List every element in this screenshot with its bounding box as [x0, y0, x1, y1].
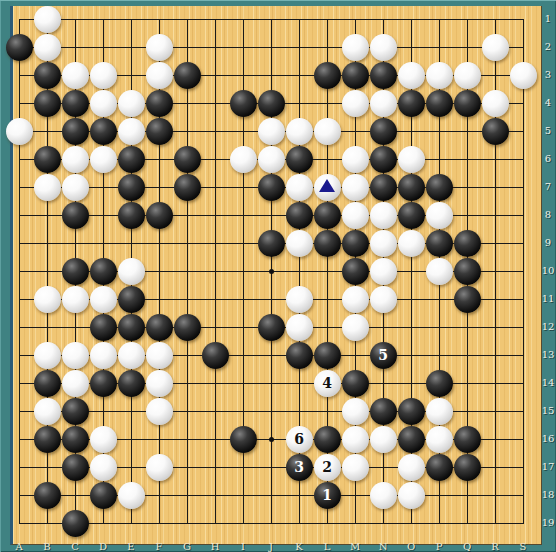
stone-white — [370, 286, 397, 313]
stone-white — [370, 90, 397, 117]
stone-white — [34, 6, 61, 33]
stone-black — [90, 482, 117, 509]
stone-black — [258, 230, 285, 257]
go-app-window: 546321ABCDEFGHIJKLMNOPQRS123456789101112… — [0, 0, 556, 552]
star-point — [269, 269, 274, 274]
stone-white — [62, 370, 89, 397]
stone-white — [62, 62, 89, 89]
column-label: R — [485, 541, 505, 552]
stone-black — [370, 118, 397, 145]
stone-black — [230, 90, 257, 117]
stone-white — [34, 286, 61, 313]
stone-white — [342, 34, 369, 61]
stone-black — [174, 62, 201, 89]
stone-white — [90, 90, 117, 117]
stone-white — [342, 174, 369, 201]
stone-black — [34, 90, 61, 117]
stone-white — [62, 174, 89, 201]
stone-black — [398, 426, 425, 453]
row-label: 5 — [539, 125, 556, 136]
column-label: S — [513, 541, 533, 552]
stone-black — [314, 202, 341, 229]
stone-white — [90, 426, 117, 453]
stone-white — [146, 370, 173, 397]
stone-black — [62, 90, 89, 117]
stone-black — [230, 426, 257, 453]
stone-black — [286, 342, 313, 369]
stone-white — [62, 146, 89, 173]
stone-black — [286, 146, 313, 173]
stone-black — [454, 286, 481, 313]
row-label: 7 — [539, 181, 556, 192]
stone-black — [6, 34, 33, 61]
stone-white — [62, 286, 89, 313]
stone-black — [174, 146, 201, 173]
row-label: 12 — [539, 321, 556, 332]
row-label: 8 — [539, 209, 556, 220]
stone-black — [90, 314, 117, 341]
stone-white — [34, 342, 61, 369]
stone-black — [398, 174, 425, 201]
stone-black — [118, 202, 145, 229]
stone-black — [146, 118, 173, 145]
stone-black — [34, 146, 61, 173]
stone-white — [398, 62, 425, 89]
stone-white — [510, 62, 537, 89]
stone-black — [370, 174, 397, 201]
stone-black — [62, 454, 89, 481]
stone-white — [342, 146, 369, 173]
column-label: O — [401, 541, 421, 552]
stone-black — [118, 286, 145, 313]
column-label: Q — [457, 541, 477, 552]
column-label: P — [429, 541, 449, 552]
stone-black — [258, 314, 285, 341]
stone-white — [90, 454, 117, 481]
stone-black — [34, 370, 61, 397]
move-number-stone: 6 — [286, 426, 313, 453]
row-label: 18 — [539, 489, 556, 500]
stone-black — [118, 146, 145, 173]
grid-line-v — [523, 19, 524, 524]
stone-white — [370, 258, 397, 285]
stone-white — [34, 34, 61, 61]
stone-black — [454, 454, 481, 481]
stone-white — [454, 62, 481, 89]
stone-black — [34, 426, 61, 453]
stone-white — [286, 230, 313, 257]
move-number-stone: 2 — [314, 454, 341, 481]
row-label: 2 — [539, 41, 556, 52]
move-number: 1 — [322, 488, 332, 502]
stone-black — [62, 398, 89, 425]
stone-black — [314, 342, 341, 369]
board-layer: 546321ABCDEFGHIJKLMNOPQRS123456789101112… — [0, 0, 556, 552]
stone-black — [146, 202, 173, 229]
column-label: G — [177, 541, 197, 552]
move-number: 4 — [322, 376, 332, 390]
stone-white — [426, 202, 453, 229]
stone-black — [342, 258, 369, 285]
stone-white — [342, 454, 369, 481]
stone-black — [62, 202, 89, 229]
stone-black — [146, 314, 173, 341]
stone-white — [426, 62, 453, 89]
stone-black — [174, 314, 201, 341]
stone-white — [146, 398, 173, 425]
stone-black — [62, 510, 89, 537]
stone-white — [342, 202, 369, 229]
stone-black — [398, 202, 425, 229]
stone-white — [370, 230, 397, 257]
move-number-stone: 1 — [314, 482, 341, 509]
move-number: 3 — [294, 460, 304, 474]
stone-white — [370, 202, 397, 229]
row-label: 16 — [539, 433, 556, 444]
column-label: D — [93, 541, 113, 552]
row-label: 6 — [539, 153, 556, 164]
stone-black — [90, 370, 117, 397]
stone-white — [398, 482, 425, 509]
stone-black — [426, 230, 453, 257]
row-label: 17 — [539, 461, 556, 472]
move-number-stone: 5 — [370, 342, 397, 369]
row-label: 13 — [539, 349, 556, 360]
stone-black — [286, 202, 313, 229]
stone-black — [342, 370, 369, 397]
row-label: 19 — [539, 517, 556, 528]
row-label: 15 — [539, 405, 556, 416]
row-label: 11 — [539, 293, 556, 304]
row-label: 1 — [539, 13, 556, 24]
stone-white — [370, 482, 397, 509]
stone-white — [398, 454, 425, 481]
stone-white — [146, 62, 173, 89]
move-number: 5 — [378, 348, 388, 362]
stone-black — [426, 174, 453, 201]
move-number: 6 — [294, 432, 304, 446]
stone-white — [118, 258, 145, 285]
stone-white — [258, 118, 285, 145]
stone-black — [314, 230, 341, 257]
stone-white — [342, 398, 369, 425]
stone-black — [398, 398, 425, 425]
move-number-stone: 4 — [314, 370, 341, 397]
stone-white — [286, 174, 313, 201]
stone-white — [6, 118, 33, 145]
row-label: 3 — [539, 69, 556, 80]
column-label: E — [121, 541, 141, 552]
stone-white — [146, 342, 173, 369]
stone-black — [314, 426, 341, 453]
stone-black — [258, 174, 285, 201]
stone-white — [34, 398, 61, 425]
stone-black — [146, 90, 173, 117]
stone-black — [118, 370, 145, 397]
stone-white — [426, 258, 453, 285]
stone-black — [454, 426, 481, 453]
stone-black — [370, 146, 397, 173]
stone-white — [118, 482, 145, 509]
stone-white — [90, 286, 117, 313]
stone-white — [398, 146, 425, 173]
stone-white — [342, 314, 369, 341]
stone-white — [230, 146, 257, 173]
column-label: N — [373, 541, 393, 552]
stone-white — [482, 90, 509, 117]
stone-black — [426, 454, 453, 481]
stone-black — [314, 62, 341, 89]
stone-white — [314, 118, 341, 145]
star-point — [269, 437, 274, 442]
stone-white — [146, 454, 173, 481]
row-label: 14 — [539, 377, 556, 388]
stone-white — [286, 314, 313, 341]
stone-white — [370, 426, 397, 453]
stone-black — [398, 90, 425, 117]
stone-white — [90, 342, 117, 369]
stone-white — [398, 230, 425, 257]
stone-black — [90, 118, 117, 145]
stone-black — [258, 90, 285, 117]
stone-white — [90, 146, 117, 173]
row-label: 10 — [539, 265, 556, 276]
column-label: I — [233, 541, 253, 552]
column-label: C — [65, 541, 85, 552]
stone-black — [454, 90, 481, 117]
triangle-marker-icon — [319, 179, 335, 192]
column-label: L — [317, 541, 337, 552]
stone-white — [342, 286, 369, 313]
stone-white — [34, 174, 61, 201]
stone-white — [426, 398, 453, 425]
column-label: K — [289, 541, 309, 552]
column-label: M — [345, 541, 365, 552]
stone-white — [118, 90, 145, 117]
stone-white — [118, 342, 145, 369]
move-number-stone: 3 — [286, 454, 313, 481]
column-label: B — [37, 541, 57, 552]
stone-white — [258, 146, 285, 173]
stone-black — [118, 314, 145, 341]
stone-white — [342, 426, 369, 453]
stone-black — [90, 258, 117, 285]
stone-black — [62, 258, 89, 285]
stone-black — [342, 230, 369, 257]
grid-line-h — [19, 523, 524, 524]
stone-black — [174, 174, 201, 201]
stone-white — [146, 34, 173, 61]
stone-black — [454, 258, 481, 285]
stone-white — [118, 118, 145, 145]
stone-white — [370, 34, 397, 61]
stone-black — [426, 90, 453, 117]
stone-black — [62, 118, 89, 145]
column-label: H — [205, 541, 225, 552]
stone-white — [90, 62, 117, 89]
column-label: F — [149, 541, 169, 552]
stone-black — [34, 62, 61, 89]
stone-white — [286, 286, 313, 313]
stone-black — [342, 62, 369, 89]
stone-black — [454, 230, 481, 257]
stone-white — [426, 426, 453, 453]
column-label: A — [9, 541, 29, 552]
row-label: 9 — [539, 237, 556, 248]
stone-black — [426, 370, 453, 397]
column-label: J — [261, 541, 281, 552]
stone-black — [34, 482, 61, 509]
stone-white — [286, 118, 313, 145]
stone-black — [482, 118, 509, 145]
stone-white — [62, 342, 89, 369]
move-number: 2 — [322, 460, 332, 474]
stone-black — [118, 174, 145, 201]
stone-black — [370, 398, 397, 425]
stone-black — [202, 342, 229, 369]
row-label: 4 — [539, 97, 556, 108]
stone-white — [482, 34, 509, 61]
stone-black — [370, 62, 397, 89]
stone-white — [342, 90, 369, 117]
stone-black — [62, 426, 89, 453]
